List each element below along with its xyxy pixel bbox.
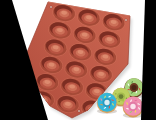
donut-speckle [122,100,123,101]
donut-hole [131,85,136,90]
donut-hole [104,100,109,105]
mold-hang-hole [50,6,52,8]
mold-hang-hole [125,19,127,21]
donut-hole [130,104,135,109]
donut-hole [119,94,124,99]
pink-glazed-donut [123,96,144,118]
donut-speckle [118,101,119,102]
product-photo [0,0,156,120]
blue-glazed-donut [97,93,117,114]
mold-hang-hole [78,110,80,112]
donut-speckle [115,93,116,94]
photo-canvas [0,0,156,120]
